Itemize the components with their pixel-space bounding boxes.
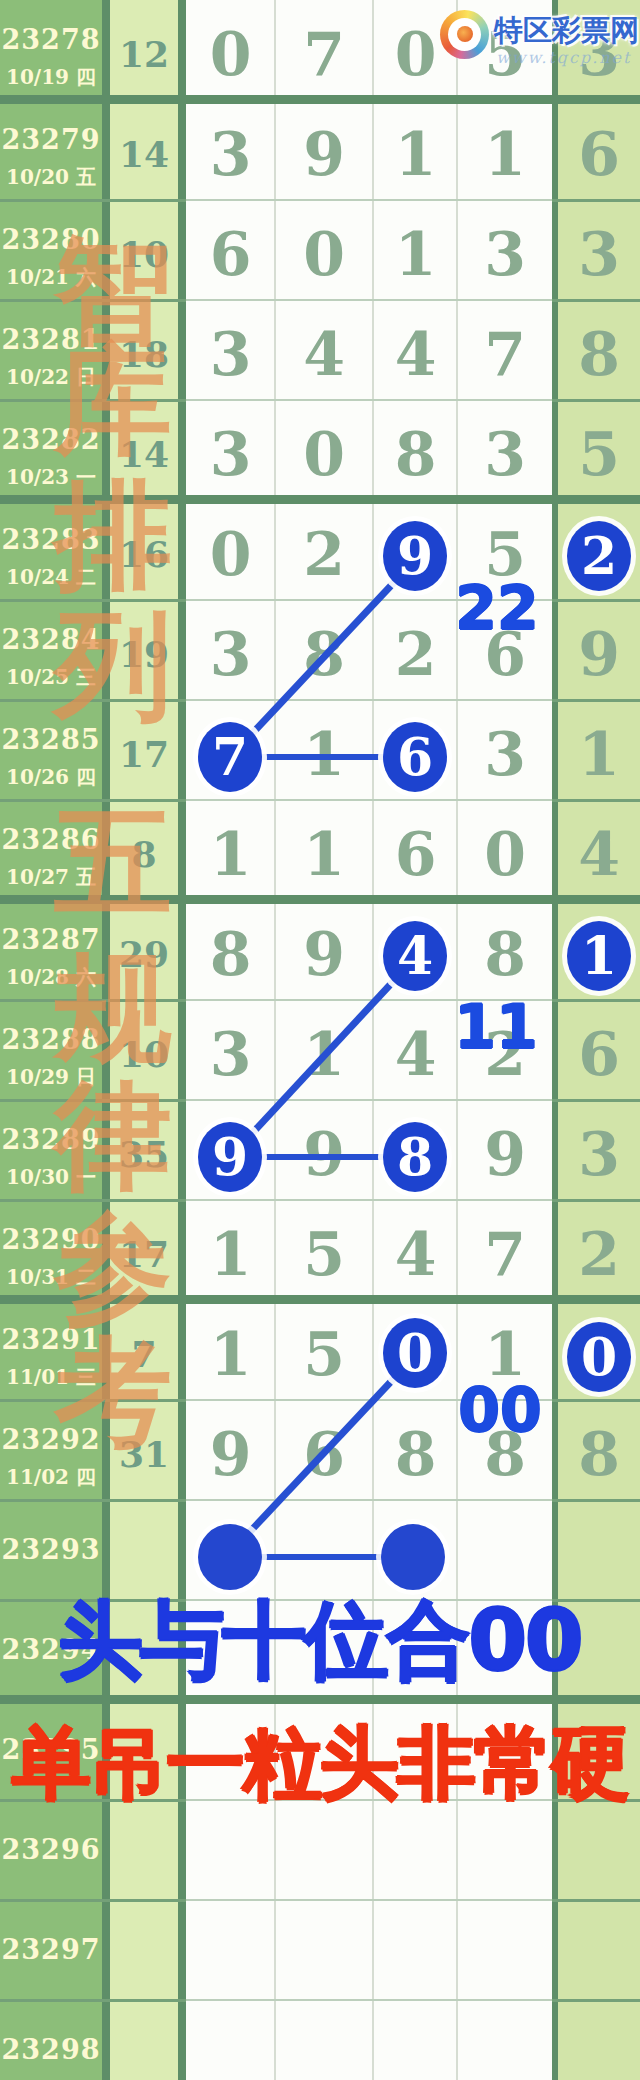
circled-digit: 6 (383, 722, 447, 792)
logo-swirl-core (457, 26, 473, 42)
circled-digit: 7 (198, 722, 262, 792)
pair-annotation: 00 (458, 1380, 542, 1440)
blue-banner-text: 头与十位合00 (0, 1596, 640, 1684)
circled-digit: 0 (567, 1322, 631, 1392)
site-logo: 特区彩票网 www.tqcp.net (436, 6, 640, 68)
trend-line (232, 958, 415, 1155)
circled-digit: 2 (567, 521, 631, 591)
logo-site-url: www.tqcp.net (496, 48, 631, 67)
circled-digit: 8 (383, 1122, 447, 1192)
predicted-dot (381, 1524, 445, 1590)
trend-line (232, 560, 415, 755)
logo-swirl-icon (440, 10, 489, 59)
pailie5-trend-chart: 2327810/19 四12070532327910/20 五143911623… (0, 0, 640, 2080)
circled-digit: 9 (198, 1122, 262, 1192)
pair-annotation: 11 (454, 997, 538, 1057)
trend-line (230, 1356, 415, 1553)
logo-site-name: 特区彩票网 (494, 14, 640, 46)
circled-digit: 1 (567, 921, 631, 991)
red-banner-text: 单吊一粒头非常硬 (0, 1722, 640, 1805)
predicted-dot (198, 1524, 262, 1590)
circled-digit: 0 (383, 1318, 447, 1388)
pair-annotation: 22 (455, 578, 539, 638)
circled-digit: 9 (383, 521, 447, 591)
circled-digit: 4 (383, 921, 447, 991)
